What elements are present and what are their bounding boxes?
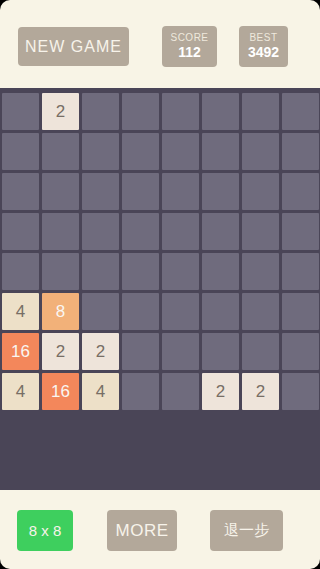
tile-4: 4	[2, 373, 39, 410]
best-box: BEST 3492	[239, 26, 288, 67]
tile-2: 2	[202, 373, 239, 410]
empty-cell	[202, 93, 239, 130]
tile-2: 2	[242, 373, 279, 410]
board-grid: 2481622416422	[2, 93, 319, 410]
tile-8: 8	[42, 293, 79, 330]
tile-2: 2	[42, 333, 79, 370]
empty-cell	[282, 93, 319, 130]
empty-cell	[82, 173, 119, 210]
empty-cell	[82, 133, 119, 170]
empty-cell	[202, 133, 239, 170]
empty-cell	[202, 213, 239, 250]
best-label: BEST	[249, 32, 277, 45]
empty-cell	[202, 333, 239, 370]
empty-cell	[82, 213, 119, 250]
tile-4: 4	[82, 373, 119, 410]
empty-cell	[82, 293, 119, 330]
empty-cell	[242, 333, 279, 370]
empty-cell	[242, 173, 279, 210]
more-button[interactable]: MORE	[107, 510, 177, 551]
empty-cell	[242, 213, 279, 250]
board-size-button[interactable]: 8 x 8	[17, 510, 73, 551]
tile-16: 16	[2, 333, 39, 370]
empty-cell	[82, 253, 119, 290]
undo-button[interactable]: 退一步	[210, 510, 283, 551]
empty-cell	[162, 133, 199, 170]
header-bar: NEW GAME SCORE 112 BEST 3492	[0, 0, 320, 88]
empty-cell	[242, 293, 279, 330]
empty-cell	[282, 133, 319, 170]
empty-cell	[282, 373, 319, 410]
empty-cell	[122, 253, 159, 290]
empty-cell	[162, 373, 199, 410]
empty-cell	[202, 293, 239, 330]
empty-cell	[162, 213, 199, 250]
empty-cell	[242, 253, 279, 290]
score-label: SCORE	[170, 32, 208, 45]
empty-cell	[2, 253, 39, 290]
empty-cell	[122, 173, 159, 210]
empty-cell	[162, 333, 199, 370]
new-game-button[interactable]: NEW GAME	[18, 27, 129, 66]
empty-cell	[162, 253, 199, 290]
empty-cell	[122, 133, 159, 170]
empty-cell	[202, 173, 239, 210]
tile-2: 2	[42, 93, 79, 130]
best-value: 3492	[248, 44, 279, 62]
empty-cell	[242, 133, 279, 170]
empty-cell	[282, 293, 319, 330]
score-value: 112	[178, 44, 201, 62]
empty-cell	[162, 173, 199, 210]
empty-cell	[122, 213, 159, 250]
empty-cell	[242, 93, 279, 130]
empty-cell	[282, 333, 319, 370]
empty-cell	[122, 333, 159, 370]
empty-cell	[202, 253, 239, 290]
empty-cell	[42, 173, 79, 210]
empty-cell	[42, 133, 79, 170]
empty-cell	[122, 293, 159, 330]
empty-cell	[42, 253, 79, 290]
empty-cell	[122, 373, 159, 410]
empty-cell	[282, 213, 319, 250]
empty-cell	[82, 93, 119, 130]
empty-cell	[42, 213, 79, 250]
empty-cell	[162, 93, 199, 130]
empty-cell	[122, 93, 159, 130]
tile-16: 16	[42, 373, 79, 410]
tile-4: 4	[2, 293, 39, 330]
empty-cell	[282, 253, 319, 290]
empty-cell	[2, 133, 39, 170]
score-box: SCORE 112	[162, 26, 217, 67]
app-screen: NEW GAME SCORE 112 BEST 3492 24816224164…	[0, 0, 320, 569]
tile-2: 2	[82, 333, 119, 370]
game-board[interactable]: 2481622416422	[0, 88, 320, 490]
empty-cell	[162, 293, 199, 330]
empty-cell	[2, 93, 39, 130]
empty-cell	[2, 173, 39, 210]
empty-cell	[2, 213, 39, 250]
footer-bar: 8 x 8 MORE 退一步	[0, 490, 320, 569]
empty-cell	[282, 173, 319, 210]
